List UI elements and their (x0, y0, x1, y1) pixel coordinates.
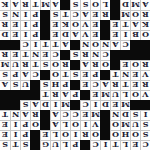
block-r10c2 (130, 50, 140, 60)
cell-r11c3[interactable]: C (120, 40, 130, 50)
cell-r4c8[interactable]: C (70, 110, 80, 120)
cell-r15c2[interactable]: M (130, 0, 140, 10)
cell-r10c13[interactable]: T (20, 50, 30, 60)
cell-r12c6[interactable]: E (90, 30, 100, 40)
cell-r7c11[interactable]: S (40, 80, 50, 90)
block-r4c5 (100, 110, 110, 120)
cell-r14c15[interactable]: S (0, 10, 10, 20)
cell-r14c1[interactable]: R (140, 10, 150, 20)
block-r6c12 (30, 90, 40, 100)
cell-r4c14[interactable]: N (10, 110, 20, 120)
cell-r14c2[interactable]: O (130, 10, 140, 20)
cell-r6c1[interactable]: V (140, 90, 150, 100)
cell-r9c11[interactable]: S (40, 60, 50, 70)
cell-r7c6[interactable]: C (90, 80, 100, 90)
cell-r13c13[interactable]: I (20, 20, 30, 30)
cell-r6c4[interactable]: U (110, 90, 120, 100)
cell-r13c2[interactable]: A (130, 20, 140, 30)
crossword-screenshot: CELTICPLUGSTSSOHOORIOLEPIESUMOVIOLAOPIEI… (0, 0, 150, 150)
block-r9c4 (110, 60, 120, 70)
cell-r13c14[interactable]: E (10, 20, 20, 30)
cell-r3c9[interactable]: L (60, 120, 70, 130)
cell-r7c7[interactable]: E (80, 80, 90, 90)
cell-r14c13[interactable]: I (20, 10, 30, 20)
block-r2c5 (100, 130, 110, 140)
cell-r8c8[interactable]: S (70, 70, 80, 80)
cell-r2c9[interactable]: O (60, 130, 70, 140)
cell-r12c12[interactable]: P (30, 30, 40, 40)
cell-r6c9[interactable]: A (60, 90, 70, 100)
block-r5c8 (70, 100, 80, 110)
cell-r4c3[interactable]: D (120, 110, 130, 120)
block-r5c14 (10, 100, 20, 110)
cell-r1c4[interactable]: T (110, 140, 120, 150)
cell-r9c9[interactable]: R (60, 60, 70, 70)
cell-r1c15[interactable]: S (0, 140, 10, 150)
cell-r1c8[interactable]: P (70, 140, 80, 150)
block-r3c5 (100, 120, 110, 130)
cell-r6c6[interactable]: E (90, 90, 100, 100)
cell-r2c15[interactable]: E (0, 130, 10, 140)
cell-r5c6[interactable]: I (90, 100, 100, 110)
cell-r3c1[interactable]: S (140, 120, 150, 130)
block-r5c1 (140, 100, 150, 110)
cell-r3c15[interactable]: E (0, 120, 10, 130)
cell-r11c13[interactable]: C (20, 40, 30, 50)
block-r13c5 (100, 20, 110, 30)
cell-r9c5[interactable]: O (100, 60, 110, 70)
cell-r11c12[interactable]: I (30, 40, 40, 50)
cell-r14c14[interactable]: N (10, 10, 20, 20)
cell-r15c5[interactable]: L (100, 0, 110, 10)
cell-r2c1[interactable]: S (140, 130, 150, 140)
cell-r13c15[interactable]: R (0, 20, 10, 30)
cell-r15c15[interactable]: K (0, 0, 10, 10)
cell-r1c14[interactable]: T (10, 140, 20, 150)
cell-r1c11[interactable]: G (40, 140, 50, 150)
cell-r8c3[interactable]: N (120, 70, 130, 80)
cell-r4c9[interactable]: C (60, 110, 70, 120)
cell-r9c14[interactable]: U (10, 60, 20, 70)
cell-r4c4[interactable]: N (110, 110, 120, 120)
cell-r1c3[interactable]: L (120, 140, 130, 150)
cell-r12c14[interactable]: E (10, 30, 20, 40)
cell-r2c13[interactable]: P (20, 130, 30, 140)
cell-r4c15[interactable]: T (0, 110, 10, 120)
cell-r12c1[interactable]: O (140, 30, 150, 40)
block-r5c2 (130, 100, 140, 110)
cell-r1c6[interactable]: C (90, 140, 100, 150)
cell-r14c3[interactable]: M (120, 10, 130, 20)
cell-r8c7[interactable]: E (80, 70, 90, 80)
cell-r14c8[interactable]: C (70, 10, 80, 20)
cell-r10c8[interactable]: S (70, 50, 80, 60)
block-r11c2 (130, 40, 140, 50)
cell-r9c10[interactable]: O (50, 60, 60, 70)
cell-r7c9[interactable]: P (60, 80, 70, 90)
cell-r8c4[interactable]: T (110, 70, 120, 80)
block-r11c14 (10, 40, 20, 50)
block-r1c12 (30, 140, 40, 150)
cell-r2c7[interactable]: R (80, 130, 90, 140)
cell-r15c1[interactable]: A (140, 0, 150, 10)
cell-r6c10[interactable]: R (50, 90, 60, 100)
cell-r5c12[interactable]: A (30, 100, 40, 110)
cell-r15c7[interactable]: S (80, 0, 90, 10)
cell-r11c4[interactable]: A (110, 40, 120, 50)
block-r3c11 (40, 120, 50, 130)
block-r14c4 (110, 10, 120, 20)
cell-r10c7[interactable]: R (80, 50, 90, 60)
block-r12c11 (40, 30, 50, 40)
cell-r8c1[interactable]: V (140, 70, 150, 80)
cell-r9c12[interactable]: T (30, 60, 40, 70)
cell-r11c5[interactable]: N (100, 40, 110, 50)
cell-r2c3[interactable]: H (120, 130, 130, 140)
cell-r3c3[interactable]: M (120, 120, 130, 130)
cell-r6c5[interactable]: M (100, 90, 110, 100)
cell-r12c9[interactable]: D (60, 30, 70, 40)
cell-r10c11[interactable]: E (40, 50, 50, 60)
cell-r1c13[interactable]: S (20, 140, 30, 150)
cell-r3c14[interactable]: I (10, 120, 20, 130)
cell-r4c12[interactable]: R (30, 110, 40, 120)
cell-r13c9[interactable]: K (60, 20, 70, 30)
cell-r10c15[interactable]: R (0, 50, 10, 60)
cell-r12c7[interactable]: V (80, 30, 90, 40)
block-r11c15 (0, 40, 10, 50)
cell-r13c6[interactable]: E (90, 20, 100, 30)
cell-r4c10[interactable]: A (50, 110, 60, 120)
cell-r4c13[interactable]: A (20, 110, 30, 120)
cell-r1c2[interactable]: E (130, 140, 140, 150)
block-r6c13 (20, 90, 30, 100)
cell-r4c6[interactable]: M (90, 110, 100, 120)
cell-r10c14[interactable]: E (10, 50, 20, 60)
cell-r11c6[interactable]: O (90, 40, 100, 50)
block-r6c14 (10, 90, 20, 100)
cell-r15c12[interactable]: T (30, 0, 40, 10)
cell-r10c5[interactable]: C (100, 50, 110, 60)
block-r10c3 (120, 50, 130, 60)
block-r11c8 (70, 40, 80, 50)
cell-r8c10[interactable]: O (50, 70, 60, 80)
cell-r10c6[interactable]: N (90, 50, 100, 60)
cell-r1c1[interactable]: C (140, 140, 150, 150)
cell-r7c3[interactable]: T (120, 80, 130, 90)
cell-r8c6[interactable]: P (90, 70, 100, 80)
cell-r15c13[interactable]: R (20, 0, 30, 10)
cell-r12c4[interactable]: E (110, 30, 120, 40)
cell-r9c7[interactable]: A (80, 60, 90, 70)
block-r4c11 (40, 110, 50, 120)
cell-r6c8[interactable]: P (70, 90, 80, 100)
cell-r12c15[interactable]: D (0, 30, 10, 40)
block-r5c15 (0, 100, 10, 110)
cell-r3c13[interactable]: P (20, 120, 30, 130)
cell-r8c15[interactable]: S (0, 70, 10, 80)
crossword-grid: CELTICPLUGSTSSOHOORIOLEPIESUMOVIOLAOPIEI… (0, 0, 150, 150)
cell-r1c9[interactable]: L (60, 140, 70, 150)
cell-r13c3[interactable]: T (120, 20, 130, 30)
cell-r11c9[interactable]: A (60, 40, 70, 50)
cell-r5c3[interactable]: M (120, 100, 130, 110)
cell-r9c2[interactable]: O (130, 60, 140, 70)
cell-r2c11[interactable]: E (40, 130, 50, 140)
cell-r12c13[interactable]: I (20, 30, 30, 40)
block-r12c5 (100, 30, 110, 40)
block-r7c8 (70, 80, 80, 90)
cell-r12c2[interactable]: B (130, 30, 140, 40)
block-r8c11 (40, 70, 50, 80)
cell-r12c8[interactable]: A (70, 30, 80, 40)
cell-r4c2[interactable]: S (130, 110, 140, 120)
cell-r6c11[interactable]: T (40, 90, 50, 100)
cell-r5c11[interactable]: D (40, 100, 50, 110)
cell-r3c2[interactable]: U (130, 120, 140, 130)
cell-r6c3[interactable]: L (120, 90, 130, 100)
cell-r11c7[interactable]: N (80, 40, 90, 50)
cell-r11c11[interactable]: T (40, 40, 50, 50)
cell-r4c7[interactable]: E (80, 110, 90, 120)
block-r13c11 (40, 20, 50, 30)
cell-r9c13[interactable]: R (20, 60, 30, 70)
cell-r9c15[interactable]: M (0, 60, 10, 70)
cell-r15c10[interactable]: A (50, 0, 60, 10)
cell-r7c10[interactable]: H (50, 80, 60, 90)
block-r6c15 (0, 90, 10, 100)
cell-r13c12[interactable]: P (30, 20, 40, 30)
cell-r15c14[interactable]: A (10, 0, 20, 10)
cell-r5c13[interactable]: S (20, 100, 30, 110)
cell-r8c2[interactable]: E (130, 70, 140, 80)
cell-r3c8[interactable]: O (70, 120, 80, 130)
cell-r8c9[interactable]: T (60, 70, 70, 80)
cell-r2c4[interactable]: O (110, 130, 120, 140)
cell-r12c3[interactable]: I (120, 30, 130, 40)
cell-r8c13[interactable]: A (20, 70, 30, 80)
block-r1c7 (80, 140, 90, 150)
cell-r2c6[interactable]: O (90, 130, 100, 140)
block-r10c4 (110, 50, 120, 60)
block-r8c5 (100, 70, 110, 80)
cell-r5c7[interactable]: C (80, 100, 90, 110)
cell-r7c14[interactable]: S (10, 80, 20, 90)
cell-r7c2[interactable]: E (130, 80, 140, 90)
cell-r15c11[interactable]: M (40, 0, 50, 10)
cell-r10c12[interactable]: N (30, 50, 40, 60)
cell-r13c4[interactable]: E (110, 20, 120, 30)
block-r10c9 (60, 50, 70, 60)
cell-r13c10[interactable]: E (50, 20, 60, 30)
cell-r9c6[interactable]: R (90, 60, 100, 70)
block-r2c12 (30, 130, 40, 140)
cell-r14c12[interactable]: P (30, 10, 40, 20)
cell-r3c10[interactable]: A (50, 120, 60, 130)
cell-r2c10[interactable]: L (50, 130, 60, 140)
cell-r3c7[interactable]: I (80, 120, 90, 130)
cell-r13c7[interactable]: V (80, 20, 90, 30)
cell-r3c6[interactable]: V (90, 120, 100, 130)
block-r7c12 (30, 80, 40, 90)
cell-r5c4[interactable]: E (110, 100, 120, 110)
cell-r14c6[interactable]: E (90, 10, 100, 20)
block-r14c11 (40, 10, 50, 20)
cell-r10c10[interactable]: C (50, 50, 60, 60)
cell-r7c1[interactable]: R (140, 80, 150, 90)
cell-r14c9[interactable]: T (60, 10, 70, 20)
cell-r2c14[interactable]: I (10, 130, 20, 140)
cell-r5c10[interactable]: I (50, 100, 60, 110)
block-r10c1 (140, 50, 150, 60)
cell-r5c5[interactable]: D (100, 100, 110, 110)
cell-r13c1[interactable]: K (140, 20, 150, 30)
cell-r12c10[interactable]: E (50, 30, 60, 40)
block-r6c7 (80, 90, 90, 100)
cell-r3c4[interactable]: O (110, 120, 120, 130)
cell-r6c2[interactable]: O (130, 90, 140, 100)
cell-r2c8[interactable]: I (70, 130, 80, 140)
cell-r7c4[interactable]: R (110, 80, 120, 90)
cell-r14c7[interactable]: A (80, 10, 90, 20)
block-r15c4 (110, 0, 120, 10)
cell-r13c8[interactable]: O (70, 20, 80, 30)
block-r15c9 (60, 0, 70, 10)
cell-r14c5[interactable]: R (100, 10, 110, 20)
cell-r11c10[interactable]: T (50, 40, 60, 50)
cell-r7c13[interactable]: U (20, 80, 30, 90)
cell-r4c1[interactable]: I (140, 110, 150, 120)
cell-r9c1[interactable]: R (140, 60, 150, 70)
cell-r9c3[interactable]: E (120, 60, 130, 70)
block-r11c1 (140, 40, 150, 50)
block-r9c8 (70, 60, 80, 70)
cell-r5c9[interactable]: M (60, 100, 70, 110)
cell-r15c6[interactable]: O (90, 0, 100, 10)
cell-r1c5[interactable]: I (100, 140, 110, 150)
cell-r7c15[interactable]: A (0, 80, 10, 90)
cell-r8c12[interactable]: C (30, 70, 40, 80)
cell-r1c10[interactable]: U (50, 140, 60, 150)
cell-r3c12[interactable]: O (30, 120, 40, 130)
cell-r8c14[interactable]: P (10, 70, 20, 80)
cell-r15c8[interactable]: S (70, 0, 80, 10)
cell-r7c5[interactable]: A (100, 80, 110, 90)
cell-r14c10[interactable]: S (50, 10, 60, 20)
cell-r15c3[interactable]: D (120, 0, 130, 10)
cell-r2c2[interactable]: O (130, 130, 140, 140)
